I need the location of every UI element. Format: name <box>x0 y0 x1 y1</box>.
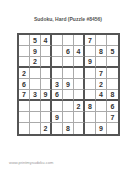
sudoku-cell-given: 2 <box>19 68 30 79</box>
sudoku-cell-given: 9 <box>52 112 63 123</box>
sudoku-cell-empty <box>74 79 85 90</box>
sudoku-cell-empty <box>107 35 118 46</box>
sudoku-cell-empty <box>41 101 52 112</box>
sudoku-cell-empty <box>85 90 96 101</box>
footer-url: www.printmysudoku.com <box>9 160 53 165</box>
sudoku-cell-empty <box>85 68 96 79</box>
sudoku-cell-empty <box>19 112 30 123</box>
sudoku-cell-empty <box>41 112 52 123</box>
sudoku-cell-empty <box>52 57 63 68</box>
sudoku-cell-empty <box>63 90 74 101</box>
sudoku-cell-given: 8 <box>85 101 96 112</box>
sudoku-cell-given: 9 <box>41 90 52 101</box>
sudoku-cell-empty <box>63 68 74 79</box>
sudoku-cell-given: 7 <box>96 68 107 79</box>
sudoku-cell-empty <box>74 112 85 123</box>
sudoku-cell-empty <box>85 123 96 134</box>
sudoku-cell-given: 5 <box>107 46 118 57</box>
sudoku-cell-given: 6 <box>107 101 118 112</box>
sudoku-cell-empty <box>96 57 107 68</box>
sudoku-cell-empty <box>63 57 74 68</box>
sudoku-cell-given: 2 <box>96 79 107 90</box>
sudoku-cell-empty <box>107 123 118 134</box>
sudoku-cell-empty <box>19 46 30 57</box>
sudoku-cell-empty <box>74 57 85 68</box>
sudoku-cell-empty <box>19 123 30 134</box>
sudoku-cell-given: 7 <box>19 90 30 101</box>
sudoku-cell-empty <box>63 35 74 46</box>
sudoku-cell-given: 2 <box>41 123 52 134</box>
sudoku-cell-empty <box>52 101 63 112</box>
sudoku-cell-empty <box>30 101 41 112</box>
sudoku-cell-given: 5 <box>30 35 41 46</box>
sudoku-cell-empty <box>74 90 85 101</box>
sudoku-cell-given: 7 <box>107 112 118 123</box>
page-title: Sudoku, Hard (Puzzle #8456) <box>0 16 136 22</box>
sudoku-cell-empty <box>74 35 85 46</box>
sudoku-cell-empty <box>85 79 96 90</box>
sudoku-cell-given: 4 <box>41 35 52 46</box>
sudoku-cell-empty <box>85 112 96 123</box>
sudoku-cell-empty <box>30 123 41 134</box>
sudoku-cell-empty <box>107 68 118 79</box>
sudoku-cell-empty <box>30 112 41 123</box>
sudoku-cell-empty <box>85 46 96 57</box>
sudoku-cell-empty <box>19 35 30 46</box>
sudoku-cell-given: 8 <box>107 90 118 101</box>
sudoku-cell-empty <box>96 112 107 123</box>
sudoku-cell-empty <box>19 57 30 68</box>
sudoku-cell-given: 4 <box>74 46 85 57</box>
sudoku-cell-empty <box>30 68 41 79</box>
sudoku-cell-given: 6 <box>52 90 63 101</box>
sudoku-cell-empty <box>96 101 107 112</box>
sudoku-cell-empty <box>107 79 118 90</box>
sudoku-cell-empty <box>41 68 52 79</box>
sudoku-cell-empty <box>52 123 63 134</box>
sudoku-cell-empty <box>19 101 30 112</box>
sudoku-cell-given: 8 <box>96 46 107 57</box>
sudoku-cell-empty <box>52 68 63 79</box>
sudoku-cell-given: 9 <box>96 123 107 134</box>
sudoku-cell-empty <box>63 101 74 112</box>
sudoku-cell-given: 6 <box>19 79 30 90</box>
sudoku-cell-empty <box>63 112 74 123</box>
sudoku-cell-empty <box>52 46 63 57</box>
sudoku-cell-given: 9 <box>30 46 41 57</box>
sudoku-cell-empty <box>96 35 107 46</box>
sudoku-cell-empty <box>41 79 52 90</box>
sudoku-cell-empty <box>107 57 118 68</box>
sudoku-cell-given: 2 <box>74 101 85 112</box>
sudoku-cell-empty <box>74 123 85 134</box>
sudoku-cell-empty <box>30 79 41 90</box>
sudoku-cell-given: 4 <box>96 90 107 101</box>
sudoku-cell-given: 7 <box>85 35 96 46</box>
sudoku-cell-given: 3 <box>30 90 41 101</box>
sudoku-cell-given: 9 <box>85 57 96 68</box>
sudoku-cell-given: 8 <box>63 123 74 134</box>
sudoku-cell-given: 9 <box>63 79 74 90</box>
sudoku-cell-given: 3 <box>52 79 63 90</box>
sudoku-board: 547964852927639273964828697289 <box>17 33 120 136</box>
sudoku-cell-given: 6 <box>63 46 74 57</box>
sudoku-cell-empty <box>41 57 52 68</box>
sudoku-cell-given: 2 <box>30 57 41 68</box>
sudoku-cell-empty <box>74 68 85 79</box>
sudoku-cell-empty <box>41 46 52 57</box>
sudoku-cell-empty <box>52 35 63 46</box>
